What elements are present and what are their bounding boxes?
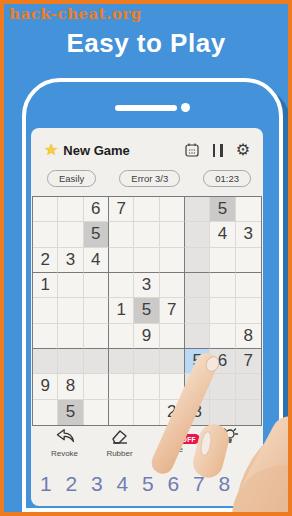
cell-r5c1[interactable] [33,298,58,323]
cell-r1c3[interactable]: 6 [84,197,109,222]
cell-r8c3[interactable] [84,374,109,399]
cell-r6c7[interactable] [185,324,210,349]
calendar-icon[interactable] [184,142,200,158]
cell-r7c4[interactable] [109,349,134,374]
cell-r8c2[interactable]: 8 [58,374,83,399]
cell-r5c5[interactable]: 5 [134,298,159,323]
cell-r9c8[interactable] [210,400,235,425]
cell-r1c5[interactable] [134,197,159,222]
phone-mockup: ★ New Game ⚙ Easily Error 3/3 01:23 [22,78,283,512]
timer: 01:23 [203,170,251,187]
cell-r5c8[interactable] [210,298,235,323]
cell-r1c7[interactable] [185,197,210,222]
page-title: New Game [63,143,129,158]
pause-icon[interactable] [213,144,223,157]
eraser-icon [109,426,131,446]
cell-r6c4[interactable] [109,324,134,349]
cell-r4c6[interactable] [160,273,185,298]
cell-r2c5[interactable] [134,222,159,247]
cell-r6c8[interactable] [210,324,235,349]
cell-r1c6[interactable] [160,197,185,222]
revoke-button[interactable]: Revoke [37,426,92,458]
cell-r6c1[interactable] [33,324,58,349]
cell-r3c4[interactable] [109,248,134,273]
settings-gear-icon[interactable]: ⚙ [236,142,250,158]
cell-r3c7[interactable] [185,248,210,273]
cell-r8c4[interactable] [109,374,134,399]
cell-r3c1[interactable]: 2 [33,248,58,273]
cell-r2c8[interactable]: 4 [210,222,235,247]
cell-r4c4[interactable] [109,273,134,298]
number-pad[interactable]: 12345678 [33,472,263,496]
sudoku-board[interactable]: 6755432341315798567984523 [32,196,262,426]
pad-number-2[interactable]: 2 [59,472,85,496]
pad-number-4[interactable]: 4 [110,472,136,496]
error-counter: Error 3/3 [119,170,180,187]
status-bar: Easily Error 3/3 01:23 [47,170,251,187]
cell-r8c5[interactable] [134,374,159,399]
cell-r7c2[interactable] [58,349,83,374]
rubber-button[interactable]: Rubber [92,426,147,458]
cell-r5c9[interactable] [236,298,261,323]
pad-number-1[interactable]: 1 [33,472,59,496]
cell-r6c9[interactable]: 8 [236,324,261,349]
watermark: hack-cheat.org [9,5,142,23]
pad-number-5[interactable]: 5 [135,472,161,496]
cell-r7c5[interactable] [134,349,159,374]
cell-r4c2[interactable] [58,273,83,298]
cell-r1c2[interactable] [58,197,83,222]
cell-r6c5[interactable]: 9 [134,324,159,349]
cell-r2c2[interactable] [58,222,83,247]
pad-number-6[interactable]: 6 [161,472,187,496]
cell-r3c8[interactable] [210,248,235,273]
cell-r5c6[interactable]: 7 [160,298,185,323]
cell-r5c7[interactable] [185,298,210,323]
cell-r6c3[interactable] [84,324,109,349]
cell-r8c8[interactable] [210,374,235,399]
cell-r4c5[interactable]: 3 [134,273,159,298]
cell-r7c6[interactable] [160,349,185,374]
cell-r9c3[interactable] [84,400,109,425]
screenshot-frame: hack-cheat.org Easy to Play ★ New Game [0,0,292,516]
cell-r2c9[interactable]: 3 [236,222,261,247]
cell-r5c3[interactable] [84,298,109,323]
cell-r8c9[interactable] [236,374,261,399]
app-header: ★ New Game ⚙ [44,140,250,160]
pad-number-3[interactable]: 3 [84,472,110,496]
cell-r4c3[interactable] [84,273,109,298]
cell-r2c7[interactable] [185,222,210,247]
cell-r5c4[interactable]: 1 [109,298,134,323]
banner-title: Easy to Play [4,28,288,59]
cell-r9c2[interactable]: 5 [58,400,83,425]
cell-r5c2[interactable] [58,298,83,323]
cell-r7c9[interactable]: 7 [236,349,261,374]
cell-r3c3[interactable]: 4 [84,248,109,273]
cell-r2c1[interactable] [33,222,58,247]
cell-r3c9[interactable] [236,248,261,273]
cell-r3c5[interactable] [134,248,159,273]
cell-r6c6[interactable] [160,324,185,349]
cell-r2c4[interactable] [109,222,134,247]
cell-r6c2[interactable] [58,324,83,349]
cell-r9c1[interactable] [33,400,58,425]
cell-r9c5[interactable] [134,400,159,425]
cell-r9c4[interactable] [109,400,134,425]
cell-r4c7[interactable] [185,273,210,298]
tool-label: Revoke [51,449,78,458]
cell-r1c1[interactable] [33,197,58,222]
cell-r8c1[interactable]: 9 [33,374,58,399]
undo-icon [54,426,76,446]
cell-r7c3[interactable] [84,349,109,374]
app-screen: ★ New Game ⚙ Easily Error 3/3 01:23 [31,128,263,506]
cell-r3c2[interactable]: 3 [58,248,83,273]
cell-r4c8[interactable] [210,273,235,298]
phone-speaker [115,105,177,111]
star-icon: ★ [44,142,58,158]
tool-label: Rubber [106,449,132,458]
cell-r4c1[interactable]: 1 [33,273,58,298]
cell-r2c3[interactable]: 5 [84,222,109,247]
cell-r3c6[interactable] [160,248,185,273]
cell-r9c9[interactable] [236,400,261,425]
cell-r2c6[interactable] [160,222,185,247]
cell-r1c8[interactable]: 5 [210,197,235,222]
cell-r7c1[interactable] [33,349,58,374]
cell-r1c9[interactable] [236,197,261,222]
cell-r1c4[interactable]: 7 [109,197,134,222]
difficulty-badge[interactable]: Easily [47,170,96,187]
cell-r4c9[interactable] [236,273,261,298]
phone-camera [181,103,190,112]
